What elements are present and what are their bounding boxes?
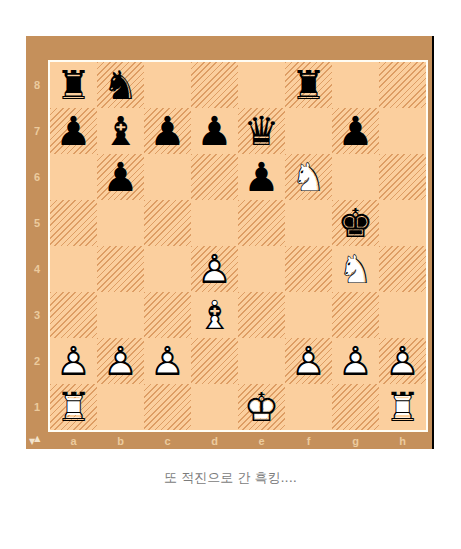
black-pawn: ♟ — [144, 108, 191, 154]
rank-label-3: 3 — [26, 292, 48, 338]
square-d5 — [191, 200, 238, 246]
white-knight: ♞♘ — [332, 246, 379, 292]
square-c2: ♟♙ — [144, 338, 191, 384]
square-a6 — [50, 154, 97, 200]
black-queen: ♛ — [238, 108, 285, 154]
rank-labels: 87654321 — [26, 62, 48, 430]
white-pawn: ♟♙ — [50, 338, 97, 384]
triangle-up-icon: ▲ — [34, 434, 39, 443]
white-rook: ♜♖ — [50, 384, 97, 430]
white-pawn: ♟♙ — [191, 246, 238, 292]
piece-glyph-outline: ♗ — [191, 292, 238, 338]
black-pawn: ♟ — [50, 108, 97, 154]
square-b2: ♟♙ — [97, 338, 144, 384]
square-d6 — [191, 154, 238, 200]
piece-glyph: ♟ — [191, 108, 238, 154]
file-label-c: c — [144, 433, 191, 448]
file-label-d: d — [191, 433, 238, 448]
piece-glyph: ♜ — [50, 62, 97, 108]
piece-glyph-outline: ♖ — [379, 384, 426, 430]
square-d8 — [191, 62, 238, 108]
flip-board-button[interactable]: ▼▲ — [29, 434, 39, 449]
white-pawn: ♟♙ — [285, 338, 332, 384]
square-a7: ♟ — [50, 108, 97, 154]
piece-glyph-outline: ♙ — [144, 338, 191, 384]
black-bishop: ♝ — [97, 108, 144, 154]
square-h7 — [379, 108, 426, 154]
piece-glyph-outline: ♔ — [238, 384, 285, 430]
black-king: ♚ — [332, 200, 379, 246]
square-e8 — [238, 62, 285, 108]
piece-glyph: ♜ — [285, 62, 332, 108]
square-h8 — [379, 62, 426, 108]
piece-glyph: ♟ — [50, 108, 97, 154]
black-pawn: ♟ — [191, 108, 238, 154]
rank-label-7: 7 — [26, 108, 48, 154]
square-b3 — [97, 292, 144, 338]
square-f7 — [285, 108, 332, 154]
square-d7: ♟ — [191, 108, 238, 154]
piece-glyph-outline: ♙ — [191, 246, 238, 292]
rank-label-6: 6 — [26, 154, 48, 200]
white-pawn: ♟♙ — [332, 338, 379, 384]
black-rook: ♜ — [285, 62, 332, 108]
white-king: ♚♔ — [238, 384, 285, 430]
square-c8 — [144, 62, 191, 108]
square-h6 — [379, 154, 426, 200]
square-b1 — [97, 384, 144, 430]
square-b4 — [97, 246, 144, 292]
square-h3 — [379, 292, 426, 338]
square-b7: ♝ — [97, 108, 144, 154]
piece-glyph-outline: ♘ — [285, 154, 332, 200]
square-a1: ♜♖ — [50, 384, 97, 430]
square-h1: ♜♖ — [379, 384, 426, 430]
square-g6 — [332, 154, 379, 200]
square-g2: ♟♙ — [332, 338, 379, 384]
file-label-a: a — [50, 433, 97, 448]
piece-glyph: ♝ — [97, 108, 144, 154]
square-c4 — [144, 246, 191, 292]
square-f3 — [285, 292, 332, 338]
chess-board-frame: 87654321 ♜♞♜♟♝♟♟♛♟♟♟♞♘♚♟♙♞♘♝♗♟♙♟♙♟♙♟♙♟♙♟… — [26, 36, 434, 449]
square-e3 — [238, 292, 285, 338]
square-c5 — [144, 200, 191, 246]
piece-glyph-outline: ♘ — [332, 246, 379, 292]
square-c1 — [144, 384, 191, 430]
piece-glyph: ♞ — [97, 62, 144, 108]
square-e7: ♛ — [238, 108, 285, 154]
square-f4 — [285, 246, 332, 292]
square-c3 — [144, 292, 191, 338]
square-b5 — [97, 200, 144, 246]
square-g5: ♚ — [332, 200, 379, 246]
white-pawn: ♟♙ — [379, 338, 426, 384]
piece-glyph: ♟ — [97, 154, 144, 200]
piece-glyph: ♟ — [332, 108, 379, 154]
black-pawn: ♟ — [332, 108, 379, 154]
white-knight: ♞♘ — [285, 154, 332, 200]
square-d4: ♟♙ — [191, 246, 238, 292]
file-labels: abcdefgh — [50, 433, 426, 448]
square-a5 — [50, 200, 97, 246]
square-h4 — [379, 246, 426, 292]
black-pawn: ♟ — [97, 154, 144, 200]
square-d3: ♝♗ — [191, 292, 238, 338]
piece-glyph: ♛ — [238, 108, 285, 154]
square-e4 — [238, 246, 285, 292]
white-pawn: ♟♙ — [144, 338, 191, 384]
piece-glyph-outline: ♖ — [50, 384, 97, 430]
square-d1 — [191, 384, 238, 430]
square-g1 — [332, 384, 379, 430]
piece-glyph: ♟ — [144, 108, 191, 154]
piece-glyph-outline: ♙ — [285, 338, 332, 384]
chess-board: ♜♞♜♟♝♟♟♛♟♟♟♞♘♚♟♙♞♘♝♗♟♙♟♙♟♙♟♙♟♙♟♙♜♖♚♔♜♖ — [50, 62, 426, 430]
square-f1 — [285, 384, 332, 430]
rank-label-4: 4 — [26, 246, 48, 292]
caption-text: 또 적진으로 간 흑킹.... — [0, 469, 461, 487]
file-label-g: g — [332, 433, 379, 448]
square-b8: ♞ — [97, 62, 144, 108]
square-f2: ♟♙ — [285, 338, 332, 384]
square-e1: ♚♔ — [238, 384, 285, 430]
white-rook: ♜♖ — [379, 384, 426, 430]
black-pawn: ♟ — [238, 154, 285, 200]
square-h5 — [379, 200, 426, 246]
file-label-b: b — [97, 433, 144, 448]
piece-glyph-outline: ♙ — [379, 338, 426, 384]
square-e5 — [238, 200, 285, 246]
square-g4: ♞♘ — [332, 246, 379, 292]
square-c7: ♟ — [144, 108, 191, 154]
square-f5 — [285, 200, 332, 246]
square-a2: ♟♙ — [50, 338, 97, 384]
square-c6 — [144, 154, 191, 200]
file-label-e: e — [238, 433, 285, 448]
black-rook: ♜ — [50, 62, 97, 108]
square-f8: ♜ — [285, 62, 332, 108]
white-pawn: ♟♙ — [97, 338, 144, 384]
square-a4 — [50, 246, 97, 292]
square-g3 — [332, 292, 379, 338]
piece-glyph: ♚ — [332, 200, 379, 246]
rank-label-2: 2 — [26, 338, 48, 384]
square-g7: ♟ — [332, 108, 379, 154]
square-b6: ♟ — [97, 154, 144, 200]
square-e2 — [238, 338, 285, 384]
square-f6: ♞♘ — [285, 154, 332, 200]
square-e6: ♟ — [238, 154, 285, 200]
board-inner-border: ♜♞♜♟♝♟♟♛♟♟♟♞♘♚♟♙♞♘♝♗♟♙♟♙♟♙♟♙♟♙♟♙♜♖♚♔♜♖ — [48, 60, 428, 432]
square-h2: ♟♙ — [379, 338, 426, 384]
square-a8: ♜ — [50, 62, 97, 108]
piece-glyph-outline: ♙ — [50, 338, 97, 384]
file-label-h: h — [379, 433, 426, 448]
square-a3 — [50, 292, 97, 338]
file-label-f: f — [285, 433, 332, 448]
piece-glyph-outline: ♙ — [332, 338, 379, 384]
black-knight: ♞ — [97, 62, 144, 108]
rank-label-5: 5 — [26, 200, 48, 246]
piece-glyph-outline: ♙ — [97, 338, 144, 384]
rank-label-8: 8 — [26, 62, 48, 108]
rank-label-1: 1 — [26, 384, 48, 430]
square-g8 — [332, 62, 379, 108]
square-d2 — [191, 338, 238, 384]
piece-glyph: ♟ — [238, 154, 285, 200]
white-bishop: ♝♗ — [191, 292, 238, 338]
